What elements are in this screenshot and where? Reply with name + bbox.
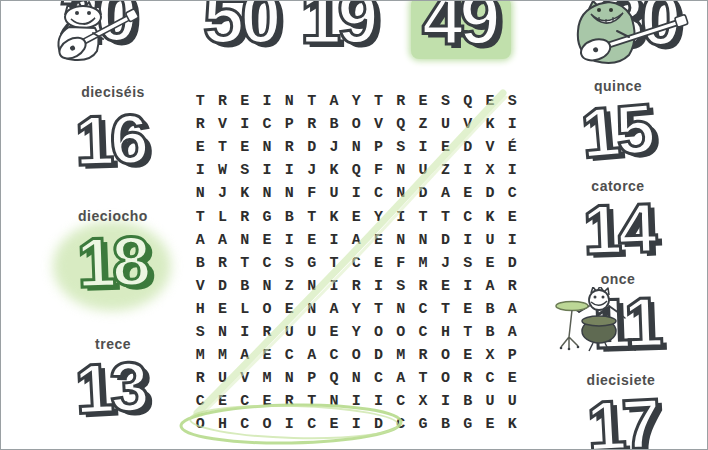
word-search-grid: TREINTAYTRESQESRVICPRBOVQZUVKIETENRDJNPS… xyxy=(189,90,523,436)
grid-cell-r1c10[interactable]: R xyxy=(390,90,412,113)
grid-cell-r8c5[interactable]: S xyxy=(278,252,300,275)
grid-cell-r3c8[interactable]: N xyxy=(345,136,367,159)
grid-cell-r2c14[interactable]: K xyxy=(479,113,501,136)
grid-cell-r5c15[interactable]: C xyxy=(501,182,523,205)
grid-cell-r3c13[interactable]: D xyxy=(457,136,479,159)
grid-cell-r5c14[interactable]: D xyxy=(479,182,501,205)
grid-cell-r4c10[interactable]: N xyxy=(390,159,412,182)
grid-cell-r2c5[interactable]: P xyxy=(278,113,300,136)
grid-cell-r5c13[interactable]: E xyxy=(457,182,479,205)
grid-cell-r3c7[interactable]: J xyxy=(323,136,345,159)
clue-number-15: 15 xyxy=(578,93,654,169)
grid-cell-r9c12[interactable]: E xyxy=(434,275,456,298)
grid-cell-r10c8[interactable]: Y xyxy=(345,298,367,321)
grid-cell-r9c6[interactable]: N xyxy=(300,275,322,298)
grid-cell-r1c13[interactable]: Q xyxy=(457,90,479,113)
grid-cell-r6c14[interactable]: K xyxy=(479,205,501,228)
grid-cell-r15c11[interactable]: G xyxy=(412,413,434,436)
grid-cell-r3c15[interactable]: É xyxy=(501,136,523,159)
grid-cell-r2c11[interactable]: Z xyxy=(412,113,434,136)
grid-cell-r6c4[interactable]: G xyxy=(256,205,278,228)
grid-cell-r14c10[interactable]: C xyxy=(390,390,412,413)
grid-cell-r15c5[interactable]: I xyxy=(278,413,300,436)
grid-cell-r3c1[interactable]: E xyxy=(189,136,211,159)
grid-cell-r11c8[interactable]: Y xyxy=(345,321,367,344)
grid-cell-r15c7[interactable]: E xyxy=(323,413,345,436)
grid-cell-r4c8[interactable]: Q xyxy=(345,159,367,182)
grid-cell-r15c14[interactable]: E xyxy=(479,413,501,436)
grid-cell-r2c2[interactable]: V xyxy=(211,113,233,136)
grid-cell-r7c13[interactable]: I xyxy=(457,229,479,252)
grid-cell-r7c10[interactable]: N xyxy=(390,229,412,252)
grid-cell-r9c15[interactable]: R xyxy=(501,275,523,298)
grid-cell-r6c10[interactable]: I xyxy=(390,205,412,228)
grid-cell-r11c2[interactable]: N xyxy=(211,321,233,344)
grid-cell-r7c9[interactable]: E xyxy=(367,229,389,252)
grid-cell-r7c2[interactable]: A xyxy=(211,229,233,252)
grid-cell-r12c3[interactable]: A xyxy=(234,344,256,367)
grid-cell-r6c2[interactable]: L xyxy=(211,205,233,228)
grid-cell-r10c4[interactable]: O xyxy=(256,298,278,321)
grid-cell-r12c11[interactable]: R xyxy=(412,344,434,367)
grid-cell-r10c6[interactable]: N xyxy=(300,298,322,321)
grid-cell-r11c6[interactable]: U xyxy=(300,321,322,344)
grid-cell-r3c2[interactable]: T xyxy=(211,136,233,159)
grid-cell-r8c14[interactable]: E xyxy=(479,252,501,275)
grid-cell-r13c14[interactable]: C xyxy=(479,367,501,390)
grid-cell-r13c4[interactable]: M xyxy=(256,367,278,390)
grid-cell-r8c2[interactable]: R xyxy=(211,252,233,275)
grid-cell-r10c2[interactable]: E xyxy=(211,298,233,321)
grid-cell-r9c10[interactable]: S xyxy=(390,275,412,298)
grid-cell-r10c12[interactable]: T xyxy=(434,298,456,321)
drummer-monster-icon xyxy=(553,287,637,353)
grid-cell-r9c5[interactable]: Z xyxy=(278,275,300,298)
grid-cell-r11c14[interactable]: B xyxy=(479,321,501,344)
grid-cell-r4c6[interactable]: J xyxy=(300,159,322,182)
grid-cell-r2c12[interactable]: U xyxy=(434,113,456,136)
grid-cell-r3c9[interactable]: P xyxy=(367,136,389,159)
grid-cell-r12c7[interactable]: C xyxy=(323,344,345,367)
grid-cell-r10c13[interactable]: E xyxy=(457,298,479,321)
grid-cell-r14c11[interactable]: X xyxy=(412,390,434,413)
grid-cell-r6c1[interactable]: T xyxy=(189,205,211,228)
grid-cell-r11c3[interactable]: I xyxy=(234,321,256,344)
grid-cell-r13c11[interactable]: T xyxy=(412,367,434,390)
grid-cell-r8c6[interactable]: G xyxy=(300,252,322,275)
grid-cell-r2c7[interactable]: B xyxy=(323,113,345,136)
grid-cell-r8c7[interactable]: T xyxy=(323,252,345,275)
grid-cell-r10c9[interactable]: T xyxy=(367,298,389,321)
clue-number-18: 18 xyxy=(76,226,148,298)
grid-cell-r8c13[interactable]: S xyxy=(457,252,479,275)
grid-cell-r5c10[interactable]: N xyxy=(390,182,412,205)
grid-cell-r3c4[interactable]: N xyxy=(256,136,278,159)
grid-cell-r12c4[interactable]: E xyxy=(256,344,278,367)
grid-cell-r8c8[interactable]: C xyxy=(345,252,367,275)
grid-cell-r15c1[interactable]: O xyxy=(189,413,211,436)
grid-cell-r13c15[interactable]: E xyxy=(501,367,523,390)
grid-cell-r2c3[interactable]: I xyxy=(234,113,256,136)
grid-cell-r11c11[interactable]: C xyxy=(412,321,434,344)
grid-cell-r9c13[interactable]: I xyxy=(457,275,479,298)
grid-cell-r10c3[interactable]: L xyxy=(234,298,256,321)
guitarist-monster-left-icon xyxy=(43,1,151,63)
grid-cell-r9c7[interactable]: I xyxy=(323,275,345,298)
grid-cell-r14c4[interactable]: E xyxy=(256,390,278,413)
grid-cell-r7c4[interactable]: E xyxy=(256,229,278,252)
grid-cell-r1c3[interactable]: E xyxy=(234,90,256,113)
grid-cell-r6c12[interactable]: T xyxy=(434,205,456,228)
grid-cell-r2c9[interactable]: V xyxy=(367,113,389,136)
grid-cell-r5c11[interactable]: D xyxy=(412,182,434,205)
grid-cell-r14c2[interactable]: E xyxy=(211,390,233,413)
grid-cell-r13c6[interactable]: P xyxy=(300,367,322,390)
grid-cell-r13c13[interactable]: R xyxy=(457,367,479,390)
grid-cell-r2c6[interactable]: R xyxy=(300,113,322,136)
grid-cell-r4c7[interactable]: K xyxy=(323,159,345,182)
grid-cell-r5c8[interactable]: I xyxy=(345,182,367,205)
grid-cell-r14c15[interactable]: U xyxy=(501,390,523,413)
grid-cell-r8c12[interactable]: J xyxy=(434,252,456,275)
grid-cell-r9c9[interactable]: I xyxy=(367,275,389,298)
grid-cell-r11c4[interactable]: R xyxy=(256,321,278,344)
grid-cell-r13c3[interactable]: V xyxy=(234,367,256,390)
grid-cell-r7c8[interactable]: A xyxy=(345,229,367,252)
grid-cell-r9c1[interactable]: V xyxy=(189,275,211,298)
grid-cell-r5c9[interactable]: C xyxy=(367,182,389,205)
grid-cell-r1c4[interactable]: I xyxy=(256,90,278,113)
grid-cell-r15c2[interactable]: H xyxy=(211,413,233,436)
grid-cell-r3c5[interactable]: R xyxy=(278,136,300,159)
grid-cell-r11c9[interactable]: O xyxy=(367,321,389,344)
grid-cell-r13c5[interactable]: N xyxy=(278,367,300,390)
grid-cell-r2c1[interactable]: R xyxy=(189,113,211,136)
grid-cell-r6c11[interactable]: T xyxy=(412,205,434,228)
grid-cell-r10c1[interactable]: H xyxy=(189,298,211,321)
grid-cell-r8c15[interactable]: D xyxy=(501,252,523,275)
grid-cell-r7c3[interactable]: N xyxy=(234,229,256,252)
grid-cell-r5c4[interactable]: N xyxy=(256,182,278,205)
grid-cell-r11c5[interactable]: U xyxy=(278,321,300,344)
grid-cell-r15c6[interactable]: C xyxy=(300,413,322,436)
grid-cell-r4c14[interactable]: X xyxy=(479,159,501,182)
grid-cell-r5c12[interactable]: A xyxy=(434,182,456,205)
grid-cell-r4c1[interactable]: I xyxy=(189,159,211,182)
grid-cell-r7c5[interactable]: I xyxy=(278,229,300,252)
grid-cell-r1c2[interactable]: R xyxy=(211,90,233,113)
grid-cell-r15c9[interactable]: D xyxy=(367,413,389,436)
grid-cell-r1c5[interactable]: N xyxy=(278,90,300,113)
grid-cell-r11c10[interactable]: O xyxy=(390,321,412,344)
grid-cell-r10c14[interactable]: B xyxy=(479,298,501,321)
grid-cell-r6c15[interactable]: E xyxy=(501,205,523,228)
grid-cell-r11c15[interactable]: A xyxy=(501,321,523,344)
top-number-19: 19 xyxy=(300,0,374,55)
grid-cell-r15c15[interactable]: K xyxy=(501,413,523,436)
grid-cell-r8c1[interactable]: B xyxy=(189,252,211,275)
grid-cell-r7c14[interactable]: U xyxy=(479,229,501,252)
grid-cell-r12c9[interactable]: D xyxy=(367,344,389,367)
grid-cell-r5c7[interactable]: U xyxy=(323,182,345,205)
grid-cell-r12c2[interactable]: M xyxy=(211,344,233,367)
grid-cell-r6c13[interactable]: C xyxy=(457,205,479,228)
grid-cell-r15c4[interactable]: O xyxy=(256,413,278,436)
grid-cell-r1c11[interactable]: E xyxy=(412,90,434,113)
grid-cell-r4c15[interactable]: I xyxy=(501,159,523,182)
grid-cell-r3c10[interactable]: S xyxy=(390,136,412,159)
grid-cell-r12c8[interactable]: O xyxy=(345,344,367,367)
grid-cell-r14c7[interactable]: N xyxy=(323,390,345,413)
grid-cell-r15c3[interactable]: C xyxy=(234,413,256,436)
grid-cell-r6c6[interactable]: T xyxy=(300,205,322,228)
grid-cell-r14c13[interactable]: B xyxy=(457,390,479,413)
grid-cell-r10c7[interactable]: A xyxy=(323,298,345,321)
grid-cell-r6c9[interactable]: Y xyxy=(367,205,389,228)
grid-cell-r8c10[interactable]: F xyxy=(390,252,412,275)
grid-cell-r7c12[interactable]: D xyxy=(434,229,456,252)
grid-cell-r12c5[interactable]: C xyxy=(278,344,300,367)
grid-cell-r4c13[interactable]: I xyxy=(457,159,479,182)
grid-cell-r7c6[interactable]: E xyxy=(300,229,322,252)
grid-cell-r6c7[interactable]: K xyxy=(323,205,345,228)
grid-cell-r7c15[interactable]: I xyxy=(501,229,523,252)
grid-cell-r3c14[interactable]: V xyxy=(479,136,501,159)
grid-cell-r1c14[interactable]: E xyxy=(479,90,501,113)
grid-cell-r13c10[interactable]: A xyxy=(390,367,412,390)
top-number-49: 49 xyxy=(422,0,496,56)
grid-cell-r9c2[interactable]: D xyxy=(211,275,233,298)
grid-cell-r15c12[interactable]: B xyxy=(434,413,456,436)
clue-number-16: 16 xyxy=(74,104,146,176)
clue-word-dieciocho: dieciocho xyxy=(33,208,193,224)
grid-cell-r7c1[interactable]: A xyxy=(189,229,211,252)
grid-cell-r8c11[interactable]: M xyxy=(412,252,434,275)
grid-cell-r9c8[interactable]: R xyxy=(345,275,367,298)
grid-cell-r1c8[interactable]: Y xyxy=(345,90,367,113)
grid-cell-r1c1[interactable]: T xyxy=(189,90,211,113)
grid-cell-r10c15[interactable]: A xyxy=(501,298,523,321)
grid-cell-r15c13[interactable]: G xyxy=(457,413,479,436)
grid-cell-r13c12[interactable]: O xyxy=(434,367,456,390)
grid-cell-r3c3[interactable]: E xyxy=(234,136,256,159)
grid-cell-r3c12[interactable]: E xyxy=(434,136,456,159)
grid-cell-r12c15[interactable]: P xyxy=(501,344,523,367)
grid-cell-r14c6[interactable]: T xyxy=(300,390,322,413)
clue-number-17: 17 xyxy=(585,388,658,450)
grid-cell-r13c9[interactable]: C xyxy=(367,367,389,390)
grid-cell-r1c12[interactable]: S xyxy=(434,90,456,113)
grid-cell-r1c9[interactable]: T xyxy=(367,90,389,113)
grid-cell-r12c12[interactable]: O xyxy=(434,344,456,367)
grid-cell-r14c14[interactable]: U xyxy=(479,390,501,413)
clue-word-dieciseis: dieciséis xyxy=(33,84,193,100)
grid-cell-r4c3[interactable]: S xyxy=(234,159,256,182)
grid-cell-r15c8[interactable]: I xyxy=(345,413,367,436)
grid-cell-r5c2[interactable]: J xyxy=(211,182,233,205)
grid-cell-r2c15[interactable]: I xyxy=(501,113,523,136)
grid-cell-r4c12[interactable]: Z xyxy=(434,159,456,182)
grid-cell-r14c1[interactable]: C xyxy=(189,390,211,413)
grid-cell-r2c13[interactable]: V xyxy=(457,113,479,136)
grid-cell-r3c6[interactable]: D xyxy=(300,136,322,159)
grid-cell-r2c10[interactable]: Q xyxy=(390,113,412,136)
grid-cell-r13c1[interactable]: R xyxy=(189,367,211,390)
grid-cell-r2c4[interactable]: C xyxy=(256,113,278,136)
grid-cell-r10c5[interactable]: E xyxy=(278,298,300,321)
grid-cell-r11c1[interactable]: S xyxy=(189,321,211,344)
grid-cell-r4c5[interactable]: I xyxy=(278,159,300,182)
grid-cell-r11c7[interactable]: E xyxy=(323,321,345,344)
grid-cell-r6c5[interactable]: B xyxy=(278,205,300,228)
grid-cell-r6c8[interactable]: E xyxy=(345,205,367,228)
grid-cell-r14c12[interactable]: I xyxy=(434,390,456,413)
grid-cell-r5c1[interactable]: N xyxy=(189,182,211,205)
top-number-50: 50 xyxy=(203,0,277,55)
grid-cell-r10c11[interactable]: C xyxy=(412,298,434,321)
grid-cell-r7c11[interactable]: N xyxy=(412,229,434,252)
grid-cell-r4c11[interactable]: U xyxy=(412,159,434,182)
grid-cell-r2c8[interactable]: O xyxy=(345,113,367,136)
grid-cell-r12c14[interactable]: X xyxy=(479,344,501,367)
grid-cell-r14c5[interactable]: R xyxy=(278,390,300,413)
grid-cell-r9c3[interactable]: B xyxy=(234,275,256,298)
worksheet-page: 20 50 19 49 30 dieciséis 16 dieciocho 18… xyxy=(0,0,708,450)
grid-cell-r5c3[interactable]: K xyxy=(234,182,256,205)
grid-cell-r8c3[interactable]: T xyxy=(234,252,256,275)
grid-cell-r5c5[interactable]: N xyxy=(278,182,300,205)
grid-cell-r6c3[interactable]: R xyxy=(234,205,256,228)
grid-cell-r11c12[interactable]: H xyxy=(434,321,456,344)
grid-cell-r12c6[interactable]: A xyxy=(300,344,322,367)
grid-cell-r12c13[interactable]: E xyxy=(457,344,479,367)
grid-cell-r13c8[interactable]: N xyxy=(345,367,367,390)
grid-cell-r8c9[interactable]: E xyxy=(367,252,389,275)
grid-cell-r9c4[interactable]: N xyxy=(256,275,278,298)
grid-cell-r11c13[interactable]: T xyxy=(457,321,479,344)
grid-cell-r8c4[interactable]: C xyxy=(256,252,278,275)
guitarist-monster-right-icon xyxy=(561,1,706,69)
grid-cell-r14c3[interactable]: C xyxy=(234,390,256,413)
grid-cell-r13c7[interactable]: Q xyxy=(323,367,345,390)
grid-cell-r9c11[interactable]: R xyxy=(412,275,434,298)
grid-cell-r9c14[interactable]: A xyxy=(479,275,501,298)
grid-cell-r13c2[interactable]: U xyxy=(211,367,233,390)
grid-cell-r15c10[interactable]: C xyxy=(390,413,412,436)
clue-number-13: 13 xyxy=(73,351,146,425)
grid-cell-r10c10[interactable]: N xyxy=(390,298,412,321)
grid-cell-r14c9[interactable]: I xyxy=(367,390,389,413)
clue-number-14: 14 xyxy=(582,193,654,265)
grid-cell-r12c1[interactable]: M xyxy=(189,344,211,367)
grid-cell-r1c6[interactable]: T xyxy=(300,90,322,113)
grid-cell-r14c8[interactable]: I xyxy=(345,390,367,413)
grid-cell-r1c15[interactable]: S xyxy=(501,90,523,113)
grid-cell-r7c7[interactable]: I xyxy=(323,229,345,252)
grid-cell-r12c10[interactable]: M xyxy=(390,344,412,367)
grid-cell-r3c11[interactable]: I xyxy=(412,136,434,159)
grid-cell-r5c6[interactable]: F xyxy=(300,182,322,205)
grid-cell-r4c4[interactable]: I xyxy=(256,159,278,182)
grid-cell-r4c9[interactable]: F xyxy=(367,159,389,182)
grid-cell-r1c7[interactable]: A xyxy=(323,90,345,113)
grid-cell-r4c2[interactable]: W xyxy=(211,159,233,182)
